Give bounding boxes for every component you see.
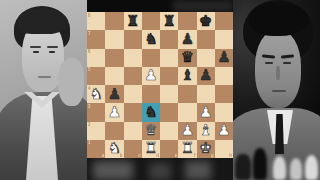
karpov-photo [0, 0, 87, 180]
piece-black-knight-d7[interactable]: ♞ [144, 31, 157, 46]
square-f1[interactable]: f♜ [178, 140, 196, 158]
square-c2[interactable] [124, 122, 142, 140]
square-h6[interactable]: ♟ [215, 49, 233, 67]
piece-white-pawn-d5[interactable]: ♟ [144, 68, 157, 83]
thumbnail: 8♜♜♚7♞♟6♛♟5♟♝♟4♞♟3♟♞♟2♛♟♝♟1ab♞cd♜ef♜g♚h [0, 0, 320, 180]
karpov-eye [49, 51, 55, 53]
square-g1[interactable]: g♚ [197, 140, 215, 158]
blurred-piece [235, 154, 251, 180]
square-h4[interactable] [215, 85, 233, 103]
piece-white-bishop-g2[interactable]: ♝ [199, 123, 212, 138]
square-a5[interactable]: 5 [87, 67, 105, 85]
rank-label-1: 1 [88, 140, 91, 145]
rank-label-6: 6 [88, 49, 91, 54]
square-g5[interactable]: ♟ [197, 67, 215, 85]
square-b8[interactable] [105, 12, 123, 30]
piece-black-rook-c8[interactable]: ♜ [126, 13, 139, 28]
square-d2[interactable]: ♛ [142, 122, 160, 140]
background-blur [149, 163, 171, 180]
square-d7[interactable]: ♞ [142, 30, 160, 48]
square-b4[interactable]: ♟ [105, 85, 123, 103]
kasparov-eye [283, 62, 291, 64]
kasparov-nose [276, 66, 280, 80]
piece-black-pawn-g5[interactable]: ♟ [199, 68, 212, 83]
karpov-hand [58, 58, 84, 106]
rank-label-5: 5 [88, 67, 91, 72]
square-d6[interactable] [142, 49, 160, 67]
square-d4[interactable] [142, 85, 160, 103]
square-a4[interactable]: 4♞ [87, 85, 105, 103]
piece-white-pawn-b3[interactable]: ♟ [108, 104, 121, 119]
karpov-eye [33, 51, 39, 53]
square-a3[interactable]: 3 [87, 103, 105, 121]
square-a8[interactable]: 8 [87, 12, 105, 30]
square-e2[interactable] [160, 122, 178, 140]
file-label-a: a [102, 153, 105, 158]
karpov-eyebrow [47, 46, 58, 48]
square-c6[interactable] [124, 49, 142, 67]
square-d1[interactable]: d♜ [142, 140, 160, 158]
kasparov-fringe [249, 2, 309, 36]
square-a6[interactable]: 6 [87, 49, 105, 67]
piece-white-knight-a4[interactable]: ♞ [89, 86, 102, 101]
foreground-chess-pieces [233, 148, 320, 180]
square-f8[interactable] [178, 12, 196, 30]
file-label-h: h [229, 153, 232, 158]
piece-white-queen-d2[interactable]: ♛ [144, 123, 157, 138]
square-h2[interactable]: ♟ [215, 122, 233, 140]
piece-white-knight-b1[interactable]: ♞ [108, 141, 121, 156]
square-f2[interactable]: ♟ [178, 122, 196, 140]
piece-black-bishop-f5[interactable]: ♝ [181, 68, 194, 83]
square-g2[interactable]: ♝ [197, 122, 215, 140]
square-e5[interactable] [160, 67, 178, 85]
square-e7[interactable] [160, 30, 178, 48]
square-e3[interactable] [160, 103, 178, 121]
blurred-pawn [273, 156, 286, 180]
square-e1[interactable]: e [160, 140, 178, 158]
file-label-f: f [194, 153, 196, 158]
square-e8[interactable]: ♜ [160, 12, 178, 30]
square-f6[interactable]: ♛ [178, 49, 196, 67]
karpov-fringe [18, 8, 68, 34]
square-c5[interactable] [124, 67, 142, 85]
file-label-e: e [175, 153, 178, 158]
piece-white-pawn-f2[interactable]: ♟ [181, 123, 194, 138]
karpov-mouth [38, 76, 51, 78]
square-c1[interactable]: c [124, 140, 142, 158]
square-b3[interactable]: ♟ [105, 103, 123, 121]
square-d8[interactable] [142, 12, 160, 30]
square-c3[interactable] [124, 103, 142, 121]
square-h7[interactable] [215, 30, 233, 48]
piece-black-pawn-f7[interactable]: ♟ [181, 31, 194, 46]
rank-label-7: 7 [88, 31, 91, 36]
square-e6[interactable] [160, 49, 178, 67]
square-a2[interactable]: 2 [87, 122, 105, 140]
piece-black-knight-d3[interactable]: ♞ [144, 104, 157, 119]
square-c4[interactable] [124, 85, 142, 103]
square-f5[interactable]: ♝ [178, 67, 196, 85]
square-h5[interactable] [215, 67, 233, 85]
square-c8[interactable]: ♜ [124, 12, 142, 30]
piece-white-rook-f1[interactable]: ♜ [181, 141, 194, 156]
square-f3[interactable] [178, 103, 196, 121]
background-blur [93, 161, 133, 180]
kasparov-photo [233, 0, 320, 180]
square-g3[interactable]: ♟ [197, 103, 215, 121]
piece-black-queen-f6[interactable]: ♛ [181, 50, 194, 65]
square-h1[interactable]: h [215, 140, 233, 158]
blurred-piece [253, 148, 267, 180]
square-b6[interactable] [105, 49, 123, 67]
square-b5[interactable] [105, 67, 123, 85]
rank-label-8: 8 [88, 13, 91, 18]
piece-black-king-g8[interactable]: ♚ [199, 13, 212, 28]
rank-label-2: 2 [88, 122, 91, 127]
square-e4[interactable] [160, 85, 178, 103]
bottom-background-band [87, 158, 233, 180]
square-b2[interactable] [105, 122, 123, 140]
square-h3[interactable] [215, 103, 233, 121]
blurred-pawn [290, 158, 302, 180]
square-g8[interactable]: ♚ [197, 12, 215, 30]
square-f7[interactable]: ♟ [178, 30, 196, 48]
square-g4[interactable] [197, 85, 215, 103]
square-h8[interactable] [215, 12, 233, 30]
chess-board[interactable]: 8♜♜♚7♞♟6♛♟5♟♝♟4♞♟3♟♞♟2♛♟♝♟1ab♞cd♜ef♜g♚h [87, 12, 233, 158]
kasparov-eye [265, 62, 273, 64]
square-a1[interactable]: 1a [87, 140, 105, 158]
square-g6[interactable] [197, 49, 215, 67]
piece-black-pawn-h6[interactable]: ♟ [217, 50, 230, 65]
square-a7[interactable]: 7 [87, 30, 105, 48]
piece-white-pawn-g3[interactable]: ♟ [199, 104, 212, 119]
piece-black-rook-e8[interactable]: ♜ [162, 13, 175, 28]
blurred-pawn [305, 155, 318, 180]
background-blur [185, 161, 211, 180]
piece-black-pawn-b4[interactable]: ♟ [108, 86, 121, 101]
square-b1[interactable]: b♞ [105, 140, 123, 158]
square-d3[interactable]: ♞ [142, 103, 160, 121]
rank-label-3: 3 [88, 104, 91, 109]
kasparov-mouth [272, 90, 286, 92]
piece-white-king-g1[interactable]: ♚ [199, 141, 212, 156]
karpov-eyebrow [30, 46, 41, 48]
square-c7[interactable] [124, 30, 142, 48]
square-d5[interactable]: ♟ [142, 67, 160, 85]
square-f4[interactable] [178, 85, 196, 103]
piece-white-rook-d1[interactable]: ♜ [144, 141, 157, 156]
square-g7[interactable] [197, 30, 215, 48]
file-label-c: c [138, 153, 141, 158]
square-b7[interactable] [105, 30, 123, 48]
piece-white-pawn-h2[interactable]: ♟ [217, 123, 230, 138]
